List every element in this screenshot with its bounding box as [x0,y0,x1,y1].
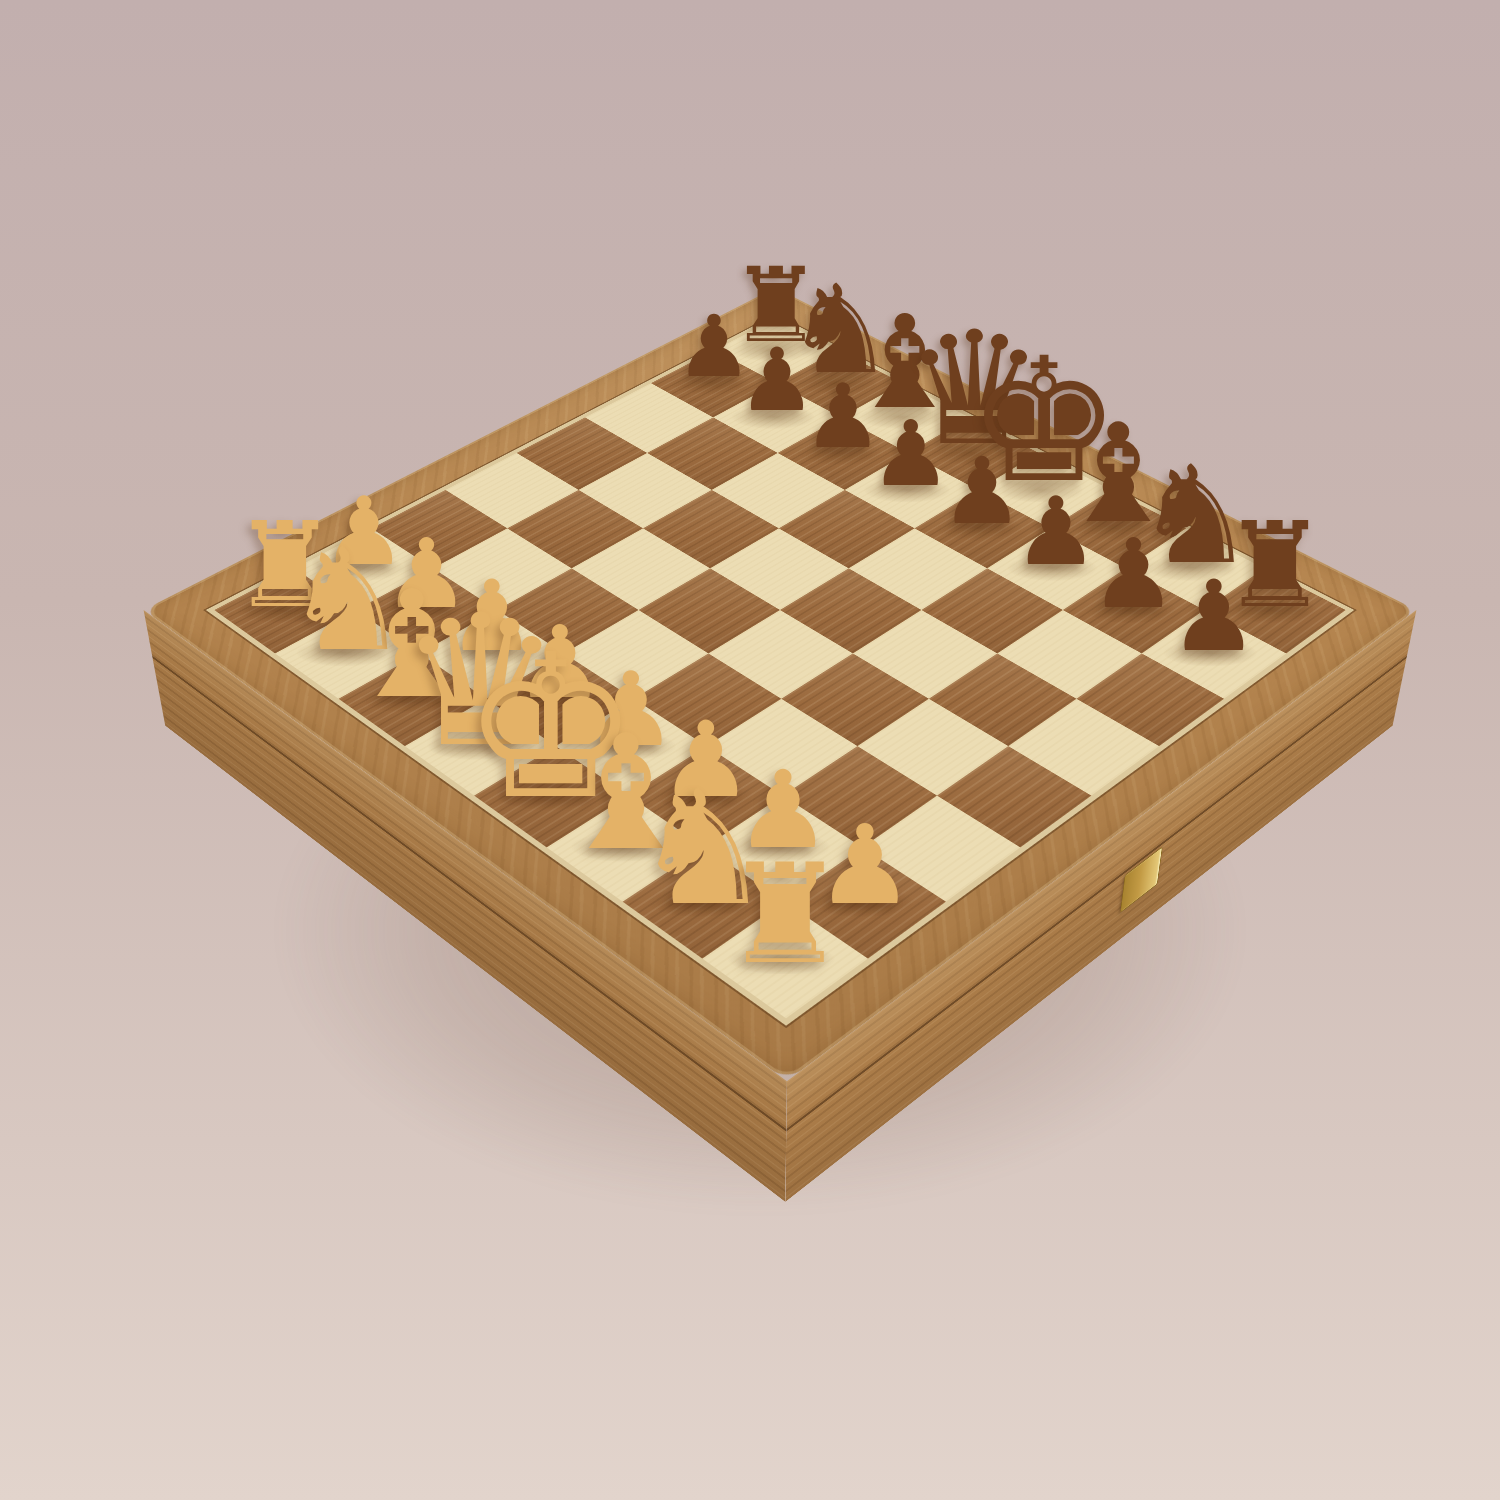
piece-black-pawn-d7[interactable]: ♟ [871,408,952,498]
piece-black-pawn-e7[interactable]: ♟ [941,446,1024,538]
photo-backdrop: ♜♞♝♛♚♝♞♜♟♟♟♟♟♟♟♟♟♟♟♟♟♟♟♟♜♞♝♛♚♝♞♜ [0,0,1500,1500]
piece-black-pawn-f7[interactable]: ♟ [1014,485,1098,579]
piece-white-rook-h1[interactable]: ♜ [723,845,847,983]
piece-black-pawn-h7[interactable]: ♟ [1170,568,1258,666]
pieces-layer: ♜♞♝♛♚♝♞♜♟♟♟♟♟♟♟♟♟♟♟♟♟♟♟♟♜♞♝♛♚♝♞♜ [0,0,1500,1500]
piece-black-pawn-g7[interactable]: ♟ [1091,526,1177,622]
